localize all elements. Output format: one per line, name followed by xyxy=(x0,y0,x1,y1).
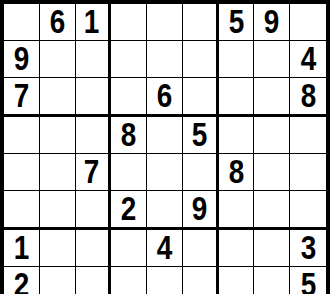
cell-r8c2[interactable] xyxy=(40,267,76,294)
cell-r6c9[interactable] xyxy=(290,191,326,230)
cell-r5c7[interactable]: 8 xyxy=(219,154,255,191)
cell-r6c2[interactable] xyxy=(40,191,76,230)
given-digit: 7 xyxy=(14,78,30,114)
given-digit: 8 xyxy=(228,154,244,190)
sudoku-board: 615994768857829143253672 xyxy=(0,0,330,294)
given-digit: 9 xyxy=(14,41,30,77)
cell-r4c6[interactable]: 5 xyxy=(183,117,219,154)
cell-r4c4[interactable]: 8 xyxy=(111,117,147,154)
cell-r8c6[interactable] xyxy=(183,267,219,294)
cell-r8c9[interactable]: 5 xyxy=(290,267,326,294)
cell-r2c7[interactable] xyxy=(219,41,255,78)
cell-r3c5[interactable]: 6 xyxy=(147,78,183,117)
cell-r5c6[interactable] xyxy=(183,154,219,191)
cell-r4c9[interactable] xyxy=(290,117,326,154)
given-digit: 4 xyxy=(300,41,316,77)
cell-r2c3[interactable] xyxy=(76,41,112,78)
cell-r6c6[interactable]: 9 xyxy=(183,191,219,230)
given-digit: 9 xyxy=(264,4,280,40)
cell-r8c3[interactable] xyxy=(76,267,112,294)
given-digit: 2 xyxy=(121,191,137,227)
cell-r2c2[interactable] xyxy=(40,41,76,78)
cell-r5c2[interactable] xyxy=(40,154,76,191)
cell-r7c2[interactable] xyxy=(40,230,76,267)
given-digit: 1 xyxy=(14,230,30,266)
given-digit: 7 xyxy=(84,154,100,190)
cell-r6c3[interactable] xyxy=(76,191,112,230)
cell-r3c6[interactable] xyxy=(183,78,219,117)
given-digit: 1 xyxy=(84,4,100,40)
cell-r8c8[interactable] xyxy=(254,267,290,294)
cell-r1c6[interactable] xyxy=(183,4,219,41)
cell-r7c9[interactable]: 3 xyxy=(290,230,326,267)
cell-r6c7[interactable] xyxy=(219,191,255,230)
cell-r2c5[interactable] xyxy=(147,41,183,78)
given-digit: 5 xyxy=(228,4,244,40)
cell-r8c1[interactable]: 2 xyxy=(4,267,40,294)
cell-r8c5[interactable] xyxy=(147,267,183,294)
cell-r1c4[interactable] xyxy=(111,4,147,41)
cell-r3c3[interactable] xyxy=(76,78,112,117)
cell-r2c4[interactable] xyxy=(111,41,147,78)
cell-r7c7[interactable] xyxy=(219,230,255,267)
cell-r3c8[interactable] xyxy=(254,78,290,117)
given-digit: 6 xyxy=(157,78,173,114)
cell-r4c1[interactable] xyxy=(4,117,40,154)
given-digit: 9 xyxy=(191,191,207,227)
cell-r4c3[interactable] xyxy=(76,117,112,154)
given-digit: 5 xyxy=(300,267,316,294)
cell-r2c8[interactable] xyxy=(254,41,290,78)
cell-r5c8[interactable] xyxy=(254,154,290,191)
cell-r5c4[interactable] xyxy=(111,154,147,191)
cell-r7c8[interactable] xyxy=(254,230,290,267)
cell-r1c8[interactable]: 9 xyxy=(254,4,290,41)
cell-r7c1[interactable]: 1 xyxy=(4,230,40,267)
cell-r6c1[interactable] xyxy=(4,191,40,230)
cell-r1c7[interactable]: 5 xyxy=(219,4,255,41)
cell-r1c5[interactable] xyxy=(147,4,183,41)
cell-r6c5[interactable] xyxy=(147,191,183,230)
cell-r8c4[interactable] xyxy=(111,267,147,294)
given-digit: 2 xyxy=(14,267,30,294)
cell-r4c8[interactable] xyxy=(254,117,290,154)
given-digit: 6 xyxy=(49,4,65,40)
cell-r5c3[interactable]: 7 xyxy=(76,154,112,191)
given-digit: 5 xyxy=(191,117,207,153)
cell-r1c9[interactable] xyxy=(290,4,326,41)
cell-r5c9[interactable] xyxy=(290,154,326,191)
cell-r8c7[interactable] xyxy=(219,267,255,294)
given-digit: 3 xyxy=(300,230,316,266)
cell-r1c1[interactable] xyxy=(4,4,40,41)
cell-r4c2[interactable] xyxy=(40,117,76,154)
cell-r5c5[interactable] xyxy=(147,154,183,191)
cell-r7c3[interactable] xyxy=(76,230,112,267)
cell-r4c5[interactable] xyxy=(147,117,183,154)
given-digit: 8 xyxy=(121,117,137,153)
cell-r7c5[interactable]: 4 xyxy=(147,230,183,267)
cell-r5c1[interactable] xyxy=(4,154,40,191)
cell-r7c6[interactable] xyxy=(183,230,219,267)
cell-r2c1[interactable]: 9 xyxy=(4,41,40,78)
cell-r1c2[interactable]: 6 xyxy=(40,4,76,41)
cell-r3c9[interactable]: 8 xyxy=(290,78,326,117)
given-digit: 4 xyxy=(157,230,173,266)
cell-r7c4[interactable] xyxy=(111,230,147,267)
cell-r6c4[interactable]: 2 xyxy=(111,191,147,230)
cell-r3c1[interactable]: 7 xyxy=(4,78,40,117)
given-digit: 8 xyxy=(300,78,316,114)
cell-r3c7[interactable] xyxy=(219,78,255,117)
cell-r6c8[interactable] xyxy=(254,191,290,230)
cell-r2c9[interactable]: 4 xyxy=(290,41,326,78)
cell-r2c6[interactable] xyxy=(183,41,219,78)
cell-r4c7[interactable] xyxy=(219,117,255,154)
cell-r1c3[interactable]: 1 xyxy=(76,4,112,41)
cell-r3c4[interactable] xyxy=(111,78,147,117)
cell-r3c2[interactable] xyxy=(40,78,76,117)
